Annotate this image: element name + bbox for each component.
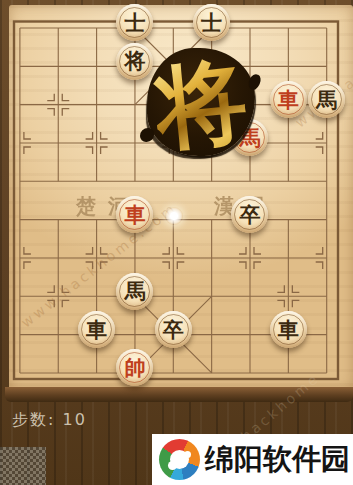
piece-black-advisor[interactable]: 士 bbox=[116, 4, 153, 41]
board-cell: 馬 bbox=[116, 277, 154, 315]
piece-black-soldier[interactable]: 卒 bbox=[155, 311, 192, 348]
board-cell: 卒 bbox=[154, 315, 192, 353]
piece-character: 車 bbox=[278, 89, 299, 110]
board-cell: 車 bbox=[116, 200, 154, 238]
site-logo-text: 绵阳软件园 bbox=[205, 440, 350, 480]
piece-character: 卒 bbox=[163, 319, 184, 340]
check-badge-character: 将 bbox=[150, 53, 251, 154]
step-counter-value: 10 bbox=[62, 410, 86, 429]
piece-character: 車 bbox=[86, 319, 107, 340]
piece-black-advisor[interactable]: 士 bbox=[193, 4, 230, 41]
board-cell: 馬 bbox=[307, 85, 345, 123]
board-cell: 士 bbox=[192, 9, 230, 47]
piece-character: 車 bbox=[124, 204, 145, 225]
site-logo-banner: 绵阳软件园 bbox=[152, 434, 353, 485]
pinwheel-logo-icon bbox=[159, 439, 200, 480]
piece-character: 士 bbox=[201, 12, 222, 33]
piece-red-chariot[interactable]: 車 bbox=[116, 196, 153, 233]
piece-character: 馬 bbox=[124, 280, 145, 301]
piece-black-soldier[interactable]: 卒 bbox=[231, 196, 268, 233]
board-cell: 車 bbox=[77, 315, 115, 353]
board-cell: 卒 bbox=[231, 200, 269, 238]
piece-character: 士 bbox=[124, 12, 145, 33]
board-cell: 帥 bbox=[116, 354, 154, 392]
piece-character: 馬 bbox=[316, 89, 337, 110]
piece-red-chariot[interactable]: 車 bbox=[270, 81, 307, 118]
piece-red-general[interactable]: 帥 bbox=[116, 349, 153, 386]
piece-character: 帥 bbox=[124, 357, 145, 378]
last-move-dot bbox=[165, 207, 183, 225]
piece-black-chariot[interactable]: 車 bbox=[270, 311, 307, 348]
piece-black-horse[interactable]: 馬 bbox=[116, 273, 153, 310]
piece-black-horse[interactable]: 馬 bbox=[308, 81, 345, 118]
qr-watermark bbox=[0, 447, 46, 485]
board-cell: 士 bbox=[116, 9, 154, 47]
piece-character: 卒 bbox=[239, 204, 260, 225]
board-cell: 車 bbox=[269, 85, 307, 123]
board-cell: 車 bbox=[269, 315, 307, 353]
step-counter-label: 步数: bbox=[12, 410, 55, 429]
piece-character: 車 bbox=[278, 319, 299, 340]
piece-black-chariot[interactable]: 車 bbox=[78, 311, 115, 348]
step-counter: 步数: 10 bbox=[12, 410, 87, 431]
check-animation-badge: 将 bbox=[143, 46, 259, 162]
